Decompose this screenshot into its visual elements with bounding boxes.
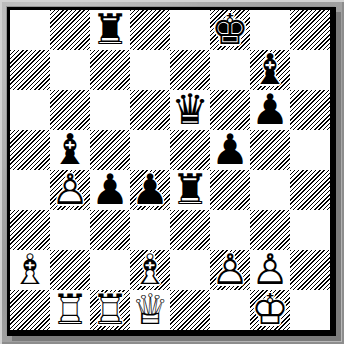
square-b3[interactable] [50,210,90,250]
square-d8[interactable] [130,10,170,50]
square-e3[interactable] [170,210,210,250]
piece-black-bishop-b5[interactable]: ♝ [50,130,90,170]
square-d6[interactable] [130,90,170,130]
square-f7[interactable] [210,50,250,90]
square-b6[interactable] [50,90,90,130]
square-c5[interactable] [90,130,130,170]
square-d7[interactable] [130,50,170,90]
piece-black-king-f8[interactable]: ♚ [210,10,250,50]
square-f6[interactable] [210,90,250,130]
square-c4[interactable]: ♟♟ [90,170,130,210]
square-g8[interactable] [250,10,290,50]
piece-white-bishop-d2[interactable]: ♗ [130,250,170,290]
square-f8[interactable]: ♚♚ [210,10,250,50]
piece-black-pawn-c4[interactable]: ♟ [90,170,130,210]
square-d3[interactable] [130,210,170,250]
square-h5[interactable] [290,130,330,170]
square-f5[interactable]: ♟♟ [210,130,250,170]
square-a1[interactable] [10,290,50,330]
square-g7[interactable]: ♝♝ [250,50,290,90]
square-a8[interactable] [10,10,50,50]
square-b4[interactable]: ♟♙ [50,170,90,210]
square-f1[interactable] [210,290,250,330]
piece-white-bishop-a2[interactable]: ♗ [10,250,50,290]
square-a3[interactable] [10,210,50,250]
square-g2[interactable]: ♟♙ [250,250,290,290]
square-d5[interactable] [130,130,170,170]
square-h8[interactable] [290,10,330,50]
square-e1[interactable] [170,290,210,330]
piece-black-rook-c8[interactable]: ♜ [90,10,130,50]
square-h3[interactable] [290,210,330,250]
square-h1[interactable] [290,290,330,330]
square-a2[interactable]: ♝♗ [10,250,50,290]
square-c1[interactable]: ♜♖ [90,290,130,330]
square-g3[interactable] [250,210,290,250]
square-c6[interactable] [90,90,130,130]
square-b1[interactable]: ♜♖ [50,290,90,330]
square-h2[interactable] [290,250,330,290]
window-background: ♜♜♚♚♝♝♛♛♟♟♝♝♟♟♟♙♟♟♟♟♜♜♝♗♝♗♟♙♟♙♜♖♜♖♛♕♚♔ [0,0,344,344]
piece-white-rook-c1[interactable]: ♖ [90,290,130,330]
piece-black-pawn-g6[interactable]: ♟ [250,90,290,130]
piece-white-pawn-g2[interactable]: ♙ [250,250,290,290]
square-d1[interactable]: ♛♕ [130,290,170,330]
square-b7[interactable] [50,50,90,90]
square-e6[interactable]: ♛♛ [170,90,210,130]
piece-black-queen-e6[interactable]: ♛ [170,90,210,130]
piece-black-pawn-d4[interactable]: ♟ [130,170,170,210]
piece-white-pawn-b4[interactable]: ♙ [50,170,90,210]
piece-white-rook-b1[interactable]: ♖ [50,290,90,330]
piece-black-rook-e4[interactable]: ♜ [170,170,210,210]
square-c8[interactable]: ♜♜ [90,10,130,50]
square-a5[interactable] [10,130,50,170]
square-h7[interactable] [290,50,330,90]
square-g4[interactable] [250,170,290,210]
piece-white-queen-d1[interactable]: ♕ [130,290,170,330]
square-e8[interactable] [170,10,210,50]
square-b5[interactable]: ♝♝ [50,130,90,170]
square-a4[interactable] [10,170,50,210]
square-d4[interactable]: ♟♟ [130,170,170,210]
square-e2[interactable] [170,250,210,290]
square-g6[interactable]: ♟♟ [250,90,290,130]
square-f3[interactable] [210,210,250,250]
square-a7[interactable] [10,50,50,90]
piece-black-bishop-g7[interactable]: ♝ [250,50,290,90]
square-h6[interactable] [290,90,330,130]
piece-white-pawn-f2[interactable]: ♙ [210,250,250,290]
square-d2[interactable]: ♝♗ [130,250,170,290]
square-g5[interactable] [250,130,290,170]
square-c3[interactable] [90,210,130,250]
piece-black-pawn-f5[interactable]: ♟ [210,130,250,170]
square-h4[interactable] [290,170,330,210]
board-frame: ♜♜♚♚♝♝♛♛♟♟♝♝♟♟♟♙♟♟♟♟♜♜♝♗♝♗♟♙♟♙♜♖♜♖♛♕♚♔ [7,7,336,336]
square-e7[interactable] [170,50,210,90]
piece-white-king-g1[interactable]: ♔ [250,290,290,330]
square-b8[interactable] [50,10,90,50]
square-f4[interactable] [210,170,250,210]
square-b2[interactable] [50,250,90,290]
chess-board: ♜♜♚♚♝♝♛♛♟♟♝♝♟♟♟♙♟♟♟♟♜♜♝♗♝♗♟♙♟♙♜♖♜♖♛♕♚♔ [10,10,330,330]
square-a6[interactable] [10,90,50,130]
square-c7[interactable] [90,50,130,90]
square-e5[interactable] [170,130,210,170]
square-e4[interactable]: ♜♜ [170,170,210,210]
square-f2[interactable]: ♟♙ [210,250,250,290]
square-g1[interactable]: ♚♔ [250,290,290,330]
square-c2[interactable] [90,250,130,290]
